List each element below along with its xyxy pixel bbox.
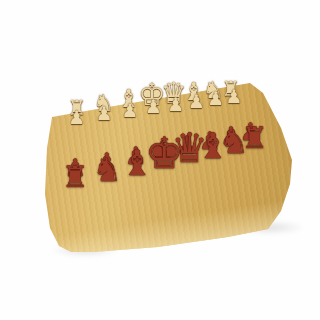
red-knight: ♞ xyxy=(93,153,123,186)
white-pawn: ♟ xyxy=(68,108,85,127)
piece-layer: ♜♞♝♛♚♝♞♜♟♟♟♟♟♟♟♟♟♟♟♟♟♟♟♟♜♞♝♛♚♝♞♜ xyxy=(0,0,320,320)
white-pawn: ♟ xyxy=(145,98,162,117)
white-pawn: ♟ xyxy=(121,101,138,120)
red-bishop: ♝ xyxy=(121,145,153,180)
red-rook: ♜ xyxy=(62,163,88,193)
white-pawn: ♟ xyxy=(226,87,243,106)
white-pawn: ♟ xyxy=(167,95,184,114)
white-pawn: ♟ xyxy=(188,92,205,111)
white-pawn: ♟ xyxy=(96,104,113,123)
white-pawn: ♟ xyxy=(207,90,224,109)
product-photo: ♜♞♝♛♚♝♞♜♟♟♟♟♟♟♟♟♟♟♟♟♟♟♟♟♜♞♝♛♚♝♞♜ xyxy=(0,0,320,320)
